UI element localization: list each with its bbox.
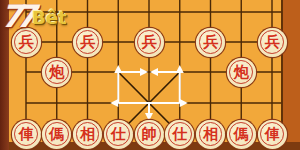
piece-glyph-advisor: 仕	[168, 122, 192, 146]
piece-soldier[interactable]: 兵	[135, 28, 164, 57]
piece-glyph-soldier: 兵	[260, 30, 284, 54]
piece-glyph-soldier: 兵	[199, 30, 223, 54]
piece-glyph-chariot: 俥	[14, 122, 38, 146]
piece-glyph-chariot: 俥	[260, 122, 284, 146]
piece-general[interactable]: 帥	[135, 120, 164, 149]
piece-soldier[interactable]: 兵	[196, 28, 225, 57]
piece-glyph-elephant: 相	[76, 122, 100, 146]
piece-cannon[interactable]: 炮	[227, 58, 256, 87]
piece-soldier[interactable]: 兵	[258, 28, 287, 57]
piece-glyph-elephant: 相	[199, 122, 223, 146]
piece-glyph-cannon: 炮	[45, 60, 69, 84]
piece-horse[interactable]: 傌	[227, 120, 256, 149]
piece-chariot[interactable]: 俥	[258, 120, 287, 149]
piece-elephant[interactable]: 相	[73, 120, 102, 149]
piece-advisor[interactable]: 仕	[165, 120, 194, 149]
piece-soldier[interactable]: 兵	[73, 28, 102, 57]
piece-chariot[interactable]: 俥	[12, 120, 41, 149]
logo-77-text: 77	[1, 0, 30, 34]
piece-glyph-advisor: 仕	[106, 122, 130, 146]
piece-glyph-soldier: 兵	[76, 30, 100, 54]
piece-advisor[interactable]: 仕	[104, 120, 133, 149]
piece-glyph-horse: 傌	[45, 122, 69, 146]
piece-glyph-general: 帥	[137, 122, 161, 146]
xiangqi-board[interactable]: 兵兵兵兵兵炮炮俥傌相仕帥仕相傌俥 77 Bêt	[0, 0, 300, 150]
brand-logo: 77 Bêt	[1, 0, 30, 34]
piece-glyph-cannon: 炮	[229, 60, 253, 84]
piece-horse[interactable]: 傌	[42, 120, 71, 149]
logo-bet-text: Bêt	[32, 7, 67, 28]
piece-elephant[interactable]: 相	[196, 120, 225, 149]
piece-cannon[interactable]: 炮	[42, 58, 71, 87]
piece-glyph-soldier: 兵	[137, 30, 161, 54]
piece-glyph-horse: 傌	[229, 122, 253, 146]
